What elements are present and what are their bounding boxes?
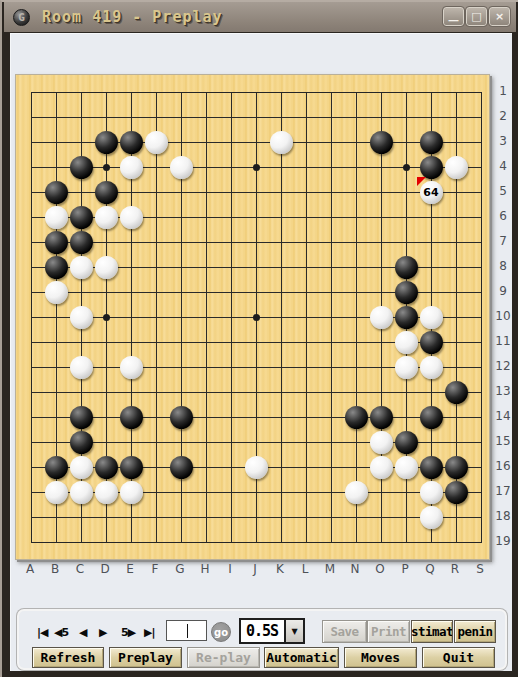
row-label-12: 12 (492, 358, 514, 374)
row-label-4: 4 (492, 158, 514, 174)
stone-black-P8 (395, 256, 418, 279)
stone-black-Q3 (420, 131, 443, 154)
preplay-button[interactable]: Preplay (109, 647, 182, 668)
move-number-label: 64 (420, 181, 443, 204)
go-button[interactable]: go (211, 622, 231, 642)
row-label-16: 16 (492, 458, 514, 474)
minimize-button[interactable]: — (443, 7, 464, 26)
estimate-button[interactable]: stimat (411, 620, 453, 643)
stone-black-N14 (345, 406, 368, 429)
row-label-8: 8 (492, 258, 514, 274)
col-label-C: C (68, 562, 93, 576)
col-label-M: M (318, 562, 343, 576)
stone-white-C16 (70, 456, 93, 479)
col-label-P: P (393, 562, 418, 576)
window-content: 64 ABCDEFGHIJKLMNOPQRS 12345678910111213… (10, 33, 512, 671)
stone-black-C15 (70, 431, 93, 454)
stone-black-R13 (445, 381, 468, 404)
stone-black-O3 (370, 131, 393, 154)
row-label-14: 14 (492, 408, 514, 424)
stone-white-Q10 (420, 306, 443, 329)
stone-white-C17 (70, 481, 93, 504)
stone-black-D16 (95, 456, 118, 479)
nav-forward-1-button[interactable]: ▶ (99, 624, 106, 640)
speed-value: 0.5S (241, 620, 284, 642)
refresh-button[interactable]: Refresh (32, 647, 104, 668)
stone-black-E3 (120, 131, 143, 154)
row-label-19: 19 (492, 533, 514, 549)
col-label-O: O (368, 562, 393, 576)
row-label-6: 6 (492, 208, 514, 224)
stone-black-G14 (170, 406, 193, 429)
close-icon: × (495, 11, 504, 22)
stone-black-C14 (70, 406, 93, 429)
col-label-R: R (443, 562, 468, 576)
row-label-3: 3 (492, 133, 514, 149)
col-label-K: K (268, 562, 293, 576)
nav-last-button[interactable]: ▶| (144, 624, 154, 640)
col-label-E: E (118, 562, 143, 576)
stone-white-O16 (370, 456, 393, 479)
stone-white-D6 (95, 206, 118, 229)
stone-white-P16 (395, 456, 418, 479)
stone-white-P11 (395, 331, 418, 354)
stone-white-G4 (170, 156, 193, 179)
stone-white-R4 (445, 156, 468, 179)
nav-back-1-button[interactable]: ◀ (79, 624, 86, 640)
row-label-5: 5 (492, 183, 514, 199)
stone-white-F3 (145, 131, 168, 154)
row-label-7: 7 (492, 233, 514, 249)
col-label-L: L (293, 562, 318, 576)
maximize-button[interactable]: □ (466, 7, 487, 26)
col-label-D: D (93, 562, 118, 576)
stone-white-C10 (70, 306, 93, 329)
stone-white-C8 (70, 256, 93, 279)
save-button[interactable]: Save (322, 620, 367, 643)
stone-black-P15 (395, 431, 418, 454)
print-button[interactable]: Print (367, 620, 410, 643)
col-label-F: F (143, 562, 168, 576)
speed-dropdown[interactable]: 0.5S ▼ (239, 618, 305, 644)
col-label-S: S (468, 562, 493, 576)
moves-button[interactable]: Moves (344, 647, 417, 668)
stone-white-D17 (95, 481, 118, 504)
title-bar[interactable]: G Room 419 - Preplay — □ × (4, 2, 516, 32)
stone-white-Q12 (420, 356, 443, 379)
col-label-H: H (193, 562, 218, 576)
row-label-13: 13 (492, 383, 514, 399)
stone-black-P9 (395, 281, 418, 304)
dropdown-arrow-icon[interactable]: ▼ (284, 620, 303, 642)
stone-white-B6 (45, 206, 68, 229)
row-label-9: 9 (492, 283, 514, 299)
control-panel: |◀◀5◀▶5▶▶| go 0.5S ▼ SavePrintstimatpeni… (17, 609, 507, 670)
col-label-G: G (168, 562, 193, 576)
stone-white-E17 (120, 481, 143, 504)
stone-white-E4 (120, 156, 143, 179)
stone-black-Q4 (420, 156, 443, 179)
stone-black-P10 (395, 306, 418, 329)
stone-black-B7 (45, 231, 68, 254)
stone-white-Q17 (420, 481, 443, 504)
stone-white-B17 (45, 481, 68, 504)
goban[interactable]: 64 (15, 74, 490, 560)
nav-back-5-button[interactable]: ◀5 (54, 624, 68, 640)
stone-black-R17 (445, 481, 468, 504)
stone-black-D5 (95, 181, 118, 204)
row-label-15: 15 (492, 433, 514, 449)
row-label-11: 11 (492, 333, 514, 349)
opening-button[interactable]: penin (454, 620, 496, 643)
replay-button[interactable]: Re-play (187, 647, 260, 668)
stone-black-R16 (445, 456, 468, 479)
col-label-I: I (218, 562, 243, 576)
stone-black-Q14 (420, 406, 443, 429)
stone-black-Q16 (420, 456, 443, 479)
row-label-10: 10 (492, 308, 514, 324)
stone-black-C7 (70, 231, 93, 254)
stone-white-B9 (45, 281, 68, 304)
stone-black-B5 (45, 181, 68, 204)
col-label-Q: Q (418, 562, 443, 576)
stone-white-E12 (120, 356, 143, 379)
stone-black-D3 (95, 131, 118, 154)
stone-black-Q11 (420, 331, 443, 354)
close-button[interactable]: × (489, 7, 510, 26)
col-label-N: N (343, 562, 368, 576)
col-label-A: A (18, 562, 43, 576)
stone-white-Q5: 64 (420, 181, 443, 204)
stone-black-C4 (70, 156, 93, 179)
stone-white-N17 (345, 481, 368, 504)
automatic-button[interactable]: Automatic (264, 647, 339, 668)
stone-white-C12 (70, 356, 93, 379)
window-title: Room 419 - Preplay (42, 8, 223, 26)
text-caret (187, 624, 188, 638)
maximize-icon: □ (471, 11, 481, 22)
stone-white-Q18 (420, 506, 443, 529)
goban-grid: 64 (19, 80, 494, 555)
col-label-B: B (43, 562, 68, 576)
stone-black-G16 (170, 456, 193, 479)
stone-white-K3 (270, 131, 293, 154)
stone-white-D8 (95, 256, 118, 279)
row-label-1: 1 (492, 83, 514, 99)
move-number-input[interactable] (166, 620, 207, 641)
stone-white-O15 (370, 431, 393, 454)
nav-forward-5-button[interactable]: 5▶ (121, 624, 135, 640)
stone-white-E6 (120, 206, 143, 229)
stone-black-C6 (70, 206, 93, 229)
stone-black-B16 (45, 456, 68, 479)
stone-white-J16 (245, 456, 268, 479)
minimize-icon: — (448, 15, 459, 26)
app-icon: G (13, 9, 30, 26)
nav-first-button[interactable]: |◀ (37, 624, 47, 640)
row-label-18: 18 (492, 508, 514, 524)
stone-white-P12 (395, 356, 418, 379)
col-label-J: J (243, 562, 268, 576)
stone-black-E16 (120, 456, 143, 479)
stone-black-B8 (45, 256, 68, 279)
row-label-2: 2 (492, 108, 514, 124)
stone-black-E14 (120, 406, 143, 429)
quit-button[interactable]: Quit (422, 647, 495, 668)
stone-black-O14 (370, 406, 393, 429)
row-label-17: 17 (492, 483, 514, 499)
stone-white-O10 (370, 306, 393, 329)
app-window: G Room 419 - Preplay — □ × 64 ABCDEFGHIJ… (0, 0, 518, 677)
